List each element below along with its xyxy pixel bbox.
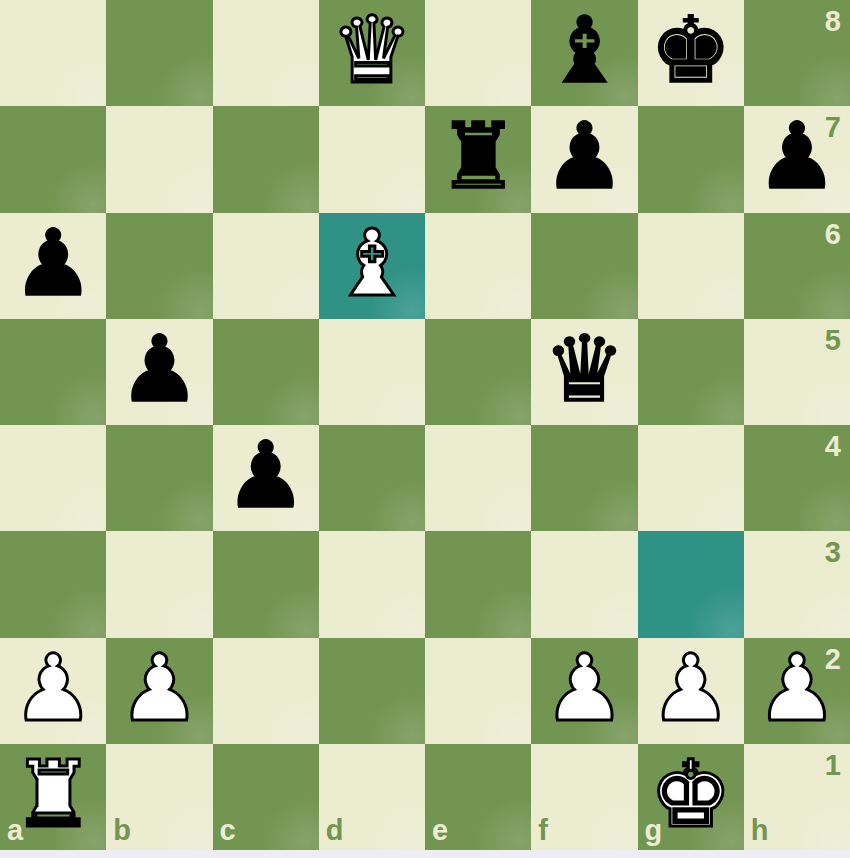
- file-label-b: b: [113, 816, 131, 845]
- piece-white-pawn[interactable]: ♟: [118, 643, 200, 735]
- square-c5[interactable]: [213, 319, 319, 425]
- square-h6[interactable]: 6: [744, 213, 850, 319]
- page: ♛♝♚8♜♟♟7♟♝6♟♛5♟43♟♟♟♟♟2♜abcdef♚g1h: [0, 0, 850, 858]
- square-f8[interactable]: ♝: [531, 0, 637, 106]
- square-f7[interactable]: ♟: [531, 106, 637, 212]
- file-label-d: d: [326, 816, 344, 845]
- file-label-e: e: [432, 816, 448, 845]
- square-h2[interactable]: ♟2: [744, 638, 850, 744]
- square-a8[interactable]: [0, 0, 106, 106]
- square-f2[interactable]: ♟: [531, 638, 637, 744]
- square-b4[interactable]: [106, 425, 212, 531]
- file-label-c: c: [220, 816, 236, 845]
- square-d6[interactable]: ♝: [319, 213, 425, 319]
- rank-label-1: 1: [825, 751, 841, 780]
- piece-white-rook[interactable]: ♜: [12, 749, 94, 841]
- square-e4[interactable]: [425, 425, 531, 531]
- file-label-f: f: [538, 816, 548, 845]
- square-a6[interactable]: ♟: [0, 213, 106, 319]
- square-d3[interactable]: [319, 531, 425, 637]
- rank-label-5: 5: [825, 326, 841, 355]
- square-h3[interactable]: 3: [744, 531, 850, 637]
- square-f4[interactable]: [531, 425, 637, 531]
- square-d5[interactable]: [319, 319, 425, 425]
- square-e1[interactable]: e: [425, 744, 531, 850]
- square-g6[interactable]: [638, 213, 744, 319]
- square-c1[interactable]: c: [213, 744, 319, 850]
- piece-white-bishop[interactable]: ♝: [331, 218, 413, 310]
- square-a2[interactable]: ♟: [0, 638, 106, 744]
- piece-white-pawn[interactable]: ♟: [12, 643, 94, 735]
- square-a3[interactable]: [0, 531, 106, 637]
- square-e3[interactable]: [425, 531, 531, 637]
- rank-label-7: 7: [825, 113, 841, 142]
- square-g4[interactable]: [638, 425, 744, 531]
- square-h1[interactable]: 1h: [744, 744, 850, 850]
- square-b3[interactable]: [106, 531, 212, 637]
- square-b6[interactable]: [106, 213, 212, 319]
- square-h4[interactable]: 4: [744, 425, 850, 531]
- square-b8[interactable]: [106, 0, 212, 106]
- piece-black-rook[interactable]: ♜: [437, 111, 519, 203]
- square-f5[interactable]: ♛: [531, 319, 637, 425]
- square-h5[interactable]: 5: [744, 319, 850, 425]
- piece-black-king[interactable]: ♚: [649, 5, 731, 97]
- square-d2[interactable]: [319, 638, 425, 744]
- square-d1[interactable]: d: [319, 744, 425, 850]
- square-c2[interactable]: [213, 638, 319, 744]
- square-c4[interactable]: ♟: [213, 425, 319, 531]
- square-d7[interactable]: [319, 106, 425, 212]
- square-f1[interactable]: f: [531, 744, 637, 850]
- square-c3[interactable]: [213, 531, 319, 637]
- rank-label-8: 8: [825, 7, 841, 36]
- square-e5[interactable]: [425, 319, 531, 425]
- rank-label-3: 3: [825, 538, 841, 567]
- square-h7[interactable]: ♟7: [744, 106, 850, 212]
- square-b7[interactable]: [106, 106, 212, 212]
- piece-black-bishop[interactable]: ♝: [543, 5, 625, 97]
- square-f3[interactable]: [531, 531, 637, 637]
- file-label-h: h: [751, 816, 769, 845]
- file-label-g: g: [645, 816, 663, 845]
- square-c6[interactable]: [213, 213, 319, 319]
- square-g8[interactable]: ♚: [638, 0, 744, 106]
- square-b1[interactable]: b: [106, 744, 212, 850]
- bottom-bar: [0, 850, 850, 858]
- piece-black-pawn[interactable]: ♟: [224, 430, 306, 522]
- square-a5[interactable]: [0, 319, 106, 425]
- rank-label-2: 2: [825, 645, 841, 674]
- piece-black-pawn[interactable]: ♟: [12, 218, 94, 310]
- square-c7[interactable]: [213, 106, 319, 212]
- piece-white-pawn[interactable]: ♟: [649, 643, 731, 735]
- square-g5[interactable]: [638, 319, 744, 425]
- square-e2[interactable]: [425, 638, 531, 744]
- piece-black-queen[interactable]: ♛: [543, 324, 625, 416]
- square-b2[interactable]: ♟: [106, 638, 212, 744]
- piece-black-pawn[interactable]: ♟: [118, 324, 200, 416]
- square-c8[interactable]: [213, 0, 319, 106]
- square-g2[interactable]: ♟: [638, 638, 744, 744]
- square-e7[interactable]: ♜: [425, 106, 531, 212]
- square-g7[interactable]: [638, 106, 744, 212]
- square-g3[interactable]: [638, 531, 744, 637]
- square-a1[interactable]: ♜a: [0, 744, 106, 850]
- rank-label-4: 4: [825, 432, 841, 461]
- square-e8[interactable]: [425, 0, 531, 106]
- piece-black-pawn[interactable]: ♟: [543, 111, 625, 203]
- square-a4[interactable]: [0, 425, 106, 531]
- chess-board: ♛♝♚8♜♟♟7♟♝6♟♛5♟43♟♟♟♟♟2♜abcdef♚g1h: [0, 0, 850, 850]
- square-h8[interactable]: 8: [744, 0, 850, 106]
- square-d4[interactable]: [319, 425, 425, 531]
- square-d8[interactable]: ♛: [319, 0, 425, 106]
- square-e6[interactable]: [425, 213, 531, 319]
- square-g1[interactable]: ♚g: [638, 744, 744, 850]
- piece-white-queen[interactable]: ♛: [331, 5, 413, 97]
- rank-label-6: 6: [825, 220, 841, 249]
- file-label-a: a: [7, 816, 23, 845]
- square-a7[interactable]: [0, 106, 106, 212]
- piece-white-pawn[interactable]: ♟: [543, 643, 625, 735]
- square-b5[interactable]: ♟: [106, 319, 212, 425]
- square-f6[interactable]: [531, 213, 637, 319]
